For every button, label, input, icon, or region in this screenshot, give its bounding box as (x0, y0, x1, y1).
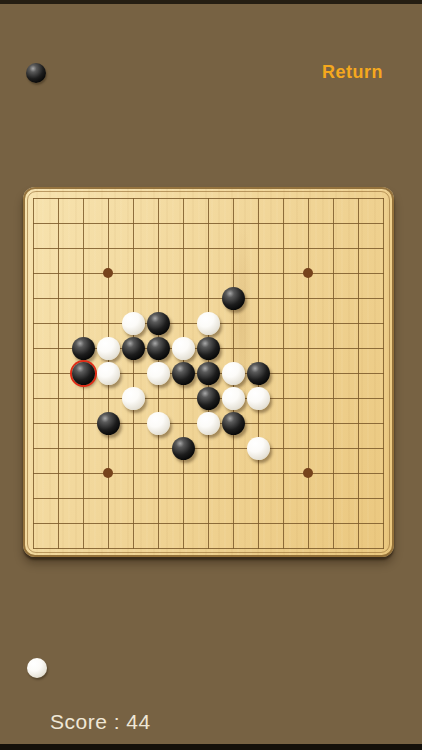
stone-black (172, 437, 195, 460)
stone-black (72, 337, 95, 360)
stone-white (122, 312, 145, 335)
stone-black (197, 337, 220, 360)
gomoku-board (23, 187, 394, 557)
return-button[interactable]: Return (322, 62, 383, 83)
top-bezel-strip (0, 0, 422, 4)
stone-black (197, 362, 220, 385)
stone-black (197, 387, 220, 410)
black-turn-indicator-stone (26, 63, 46, 83)
stone-black (122, 337, 145, 360)
stone-black (247, 362, 270, 385)
stone-black (97, 412, 120, 435)
app-screen: Return Score : 44 (0, 0, 422, 750)
stone-black (222, 412, 245, 435)
stone-white (247, 387, 270, 410)
score-label: Score : 44 (50, 710, 151, 734)
stone-black (172, 362, 195, 385)
stone-black (147, 312, 170, 335)
star-point (303, 268, 313, 278)
white-player-indicator-stone (27, 658, 47, 678)
star-point (303, 468, 313, 478)
stone-white (222, 387, 245, 410)
stone-white (197, 412, 220, 435)
stone-black-last-move (72, 362, 95, 385)
stone-white (147, 412, 170, 435)
stone-white (147, 362, 170, 385)
star-point (103, 468, 113, 478)
stone-white (247, 437, 270, 460)
stone-black (222, 287, 245, 310)
stone-white (222, 362, 245, 385)
stone-white (97, 337, 120, 360)
board-grid[interactable] (33, 198, 384, 549)
stone-black (147, 337, 170, 360)
stone-white (172, 337, 195, 360)
stone-white (197, 312, 220, 335)
star-point (103, 268, 113, 278)
stone-white (97, 362, 120, 385)
bottom-bezel-strip (0, 744, 422, 750)
stone-white (122, 387, 145, 410)
